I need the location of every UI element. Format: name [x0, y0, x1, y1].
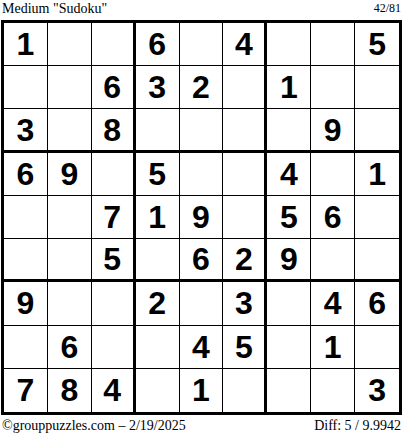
cell-r8c2-given-6[interactable]: 6 [48, 326, 92, 369]
cell-r1c9-given-5[interactable]: 5 [355, 23, 399, 66]
cell-r3c6-empty[interactable] [223, 109, 267, 152]
cell-r4c8-empty[interactable] [311, 153, 355, 196]
givens-counter: 42/81 [374, 1, 401, 16]
cell-r2c8-empty[interactable] [311, 66, 355, 109]
cell-r8c1-empty[interactable] [4, 326, 48, 369]
cell-r9c3-given-4[interactable]: 4 [92, 369, 136, 412]
cell-r9c1-given-7[interactable]: 7 [4, 369, 48, 412]
cell-r4c5-empty[interactable] [180, 153, 224, 196]
cell-r3c5-empty[interactable] [180, 109, 224, 152]
cell-r7c8-given-4[interactable]: 4 [311, 282, 355, 325]
cell-r7c2-empty[interactable] [48, 282, 92, 325]
cell-r8c7-empty[interactable] [267, 326, 311, 369]
cell-r7c1-given-9[interactable]: 9 [4, 282, 48, 325]
cell-r3c3-given-8[interactable]: 8 [92, 109, 136, 152]
cell-r9c5-given-1[interactable]: 1 [180, 369, 224, 412]
cell-r6c1-empty[interactable] [4, 239, 48, 282]
cell-r7c5-empty[interactable] [180, 282, 224, 325]
copyright-text: ©grouppuzzles.com – 2/19/2025 [2, 418, 186, 434]
sudoku-board: 164563213896954171956562992346645178413 [1, 20, 402, 415]
cell-r1c3-empty[interactable] [92, 23, 136, 66]
cell-r6c5-given-6[interactable]: 6 [180, 239, 224, 282]
cell-r3c4-empty[interactable] [136, 109, 180, 152]
cell-r8c9-empty[interactable] [355, 326, 399, 369]
cell-r7c9-given-6[interactable]: 6 [355, 282, 399, 325]
header: Medium "Sudoku" 42/81 [0, 0, 403, 20]
cell-r1c1-given-1[interactable]: 1 [4, 23, 48, 66]
cell-r5c2-empty[interactable] [48, 196, 92, 239]
cell-r1c2-empty[interactable] [48, 23, 92, 66]
cell-r5c8-given-6[interactable]: 6 [311, 196, 355, 239]
sudoku-page: Medium "Sudoku" 42/81 164563213896954171… [0, 0, 403, 437]
cell-r6c6-given-2[interactable]: 2 [223, 239, 267, 282]
cell-r3c8-given-9[interactable]: 9 [311, 109, 355, 152]
cell-r2c5-given-2[interactable]: 2 [180, 66, 224, 109]
cell-r2c2-empty[interactable] [48, 66, 92, 109]
cell-r5c3-given-7[interactable]: 7 [92, 196, 136, 239]
cell-r6c2-empty[interactable] [48, 239, 92, 282]
cell-r2c1-empty[interactable] [4, 66, 48, 109]
cell-r6c7-given-9[interactable]: 9 [267, 239, 311, 282]
cell-r5c5-given-9[interactable]: 9 [180, 196, 224, 239]
cell-r2c4-given-3[interactable]: 3 [136, 66, 180, 109]
cell-r4c1-given-6[interactable]: 6 [4, 153, 48, 196]
cell-r5c7-given-5[interactable]: 5 [267, 196, 311, 239]
cell-r1c5-empty[interactable] [180, 23, 224, 66]
cell-r3c1-given-3[interactable]: 3 [4, 109, 48, 152]
cell-r8c3-empty[interactable] [92, 326, 136, 369]
cell-r9c2-given-8[interactable]: 8 [48, 369, 92, 412]
cell-r5c6-empty[interactable] [223, 196, 267, 239]
cell-r5c1-empty[interactable] [4, 196, 48, 239]
footer: ©grouppuzzles.com – 2/19/2025 Diff: 5 / … [0, 415, 403, 437]
cell-r6c8-empty[interactable] [311, 239, 355, 282]
cell-r9c6-empty[interactable] [223, 369, 267, 412]
cell-r9c4-empty[interactable] [136, 369, 180, 412]
cell-r1c8-empty[interactable] [311, 23, 355, 66]
cell-r7c3-empty[interactable] [92, 282, 136, 325]
cell-r3c9-empty[interactable] [355, 109, 399, 152]
cell-r4c7-given-4[interactable]: 4 [267, 153, 311, 196]
cell-r9c9-given-3[interactable]: 3 [355, 369, 399, 412]
cell-r3c2-empty[interactable] [48, 109, 92, 152]
cell-r1c4-given-6[interactable]: 6 [136, 23, 180, 66]
cell-r9c8-empty[interactable] [311, 369, 355, 412]
cell-r8c8-given-1[interactable]: 1 [311, 326, 355, 369]
cell-r4c9-given-1[interactable]: 1 [355, 153, 399, 196]
cell-r4c2-given-9[interactable]: 9 [48, 153, 92, 196]
cell-r8c4-empty[interactable] [136, 326, 180, 369]
cell-r9c7-empty[interactable] [267, 369, 311, 412]
cell-r6c4-empty[interactable] [136, 239, 180, 282]
cell-r8c5-given-4[interactable]: 4 [180, 326, 224, 369]
cell-r2c3-given-6[interactable]: 6 [92, 66, 136, 109]
cell-r1c6-given-4[interactable]: 4 [223, 23, 267, 66]
cell-r7c6-given-3[interactable]: 3 [223, 282, 267, 325]
cell-r6c3-given-5[interactable]: 5 [92, 239, 136, 282]
cell-r7c4-given-2[interactable]: 2 [136, 282, 180, 325]
cell-r5c9-empty[interactable] [355, 196, 399, 239]
cell-r2c6-empty[interactable] [223, 66, 267, 109]
cell-r4c4-given-5[interactable]: 5 [136, 153, 180, 196]
page-title: Medium "Sudoku" [2, 1, 107, 17]
cell-r3c7-empty[interactable] [267, 109, 311, 152]
cell-r6c9-empty[interactable] [355, 239, 399, 282]
cell-r5c4-given-1[interactable]: 1 [136, 196, 180, 239]
cell-r4c3-empty[interactable] [92, 153, 136, 196]
cell-r2c7-given-1[interactable]: 1 [267, 66, 311, 109]
cell-r1c7-empty[interactable] [267, 23, 311, 66]
difficulty-text: Diff: 5 / 9.9942 [314, 418, 401, 434]
cell-r7c7-empty[interactable] [267, 282, 311, 325]
cell-r2c9-empty[interactable] [355, 66, 399, 109]
cell-r4c6-empty[interactable] [223, 153, 267, 196]
cell-r8c6-given-5[interactable]: 5 [223, 326, 267, 369]
